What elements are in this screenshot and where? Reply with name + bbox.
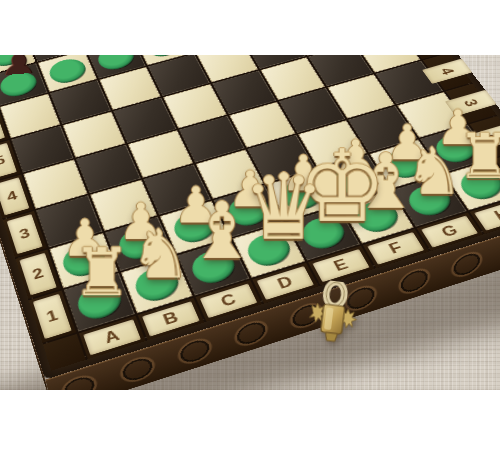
coordinate-label: 2 [19,253,57,296]
black-pawn-b7: ♟ [45,55,92,73]
rank-label-left-4: 4 [0,174,33,218]
white-knight-b1: ♞ [130,220,185,288]
square-b7: ♟ [38,55,97,92]
coordinate-label: 4 [0,177,30,215]
photo-frame: ABCDEFGH8♜♞♝♛♚♝♞♜87♟♟♟♟♟♟♟♟7665544332♟♟♟… [0,0,500,450]
white-bishop-c1: ♝ [187,192,242,271]
clasp-ring [325,281,346,307]
brass-clasp [302,278,361,348]
square-g5 [308,55,373,86]
coordinate-label: 3 [7,214,43,254]
photo-background: ABCDEFGH8♜♞♝♛♚♝♞♜87♟♟♟♟♟♟♟♟7665544332♟♟♟… [0,55,500,390]
square-f5 [261,57,325,100]
white-rook-a1: ♜ [72,239,128,305]
black-pawn-a7: ♟ [0,55,43,87]
coordinate-label: 5 [0,143,17,179]
coordinate-label: 1 [33,294,72,339]
rank-label-left-1: 1 [29,290,76,342]
square-a6 [0,94,60,139]
white-rook-h1: ♜ [457,125,500,187]
coordinate-label: E [312,249,369,282]
